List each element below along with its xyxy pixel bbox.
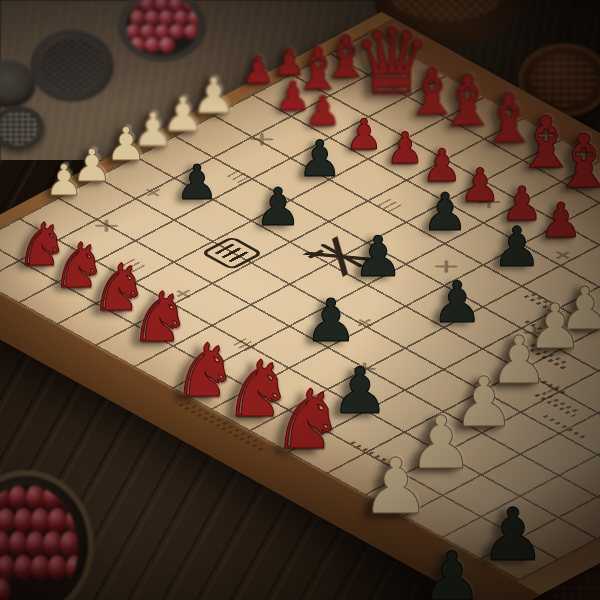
red-stone-bowl-top bbox=[118, 0, 206, 62]
pawn-glyph: ♟ bbox=[45, 159, 84, 202]
pawn-glyph: ♟ bbox=[480, 498, 545, 571]
red-stone bbox=[130, 37, 146, 53]
red-stone bbox=[169, 24, 185, 40]
red-knight[interactable]: ♞ bbox=[271, 379, 345, 461]
pawn-glyph: ♟ bbox=[422, 543, 483, 600]
black-pawn[interactable]: ♟ bbox=[431, 274, 482, 331]
black-pawn[interactable]: ♟ bbox=[353, 229, 403, 285]
knight-glyph: ♞ bbox=[271, 379, 345, 461]
red-stone bbox=[9, 531, 28, 557]
pawn-glyph: ♟ bbox=[305, 291, 358, 350]
red-stone bbox=[60, 485, 77, 511]
pawn-glyph: ♟ bbox=[539, 196, 582, 244]
red-pawn[interactable]: ♟ bbox=[345, 114, 383, 156]
cream-pawn[interactable]: ♟ bbox=[45, 159, 84, 202]
pawn-glyph: ♟ bbox=[386, 127, 425, 170]
red-pawn[interactable]: ♟ bbox=[386, 127, 425, 170]
red-stone bbox=[66, 555, 78, 581]
pawn-glyph: ♟ bbox=[298, 134, 343, 184]
red-stone-bowl-bottom-left bbox=[0, 470, 94, 600]
black-pawn[interactable]: ♟ bbox=[305, 291, 358, 350]
officer-glyph: ♝ bbox=[551, 124, 600, 198]
lidded-jar-top-left bbox=[30, 30, 114, 102]
pawn-glyph: ♟ bbox=[255, 181, 302, 233]
black-pawn[interactable]: ♟ bbox=[422, 186, 469, 238]
pawn-glyph: ♟ bbox=[431, 274, 482, 331]
red-stone bbox=[145, 37, 161, 53]
cream-pawn[interactable]: ♟ bbox=[361, 448, 430, 525]
pawn-glyph: ♟ bbox=[353, 229, 403, 285]
red-stone bbox=[26, 531, 45, 557]
black-pawn[interactable]: ♟ bbox=[422, 543, 483, 600]
red-stone bbox=[43, 531, 62, 557]
seal-disc-left bbox=[0, 106, 44, 150]
pawn-glyph: ♟ bbox=[305, 91, 342, 132]
red-pawn[interactable]: ♟ bbox=[241, 52, 274, 89]
pawn-glyph: ♟ bbox=[345, 114, 383, 156]
black-pawn[interactable]: ♟ bbox=[480, 498, 545, 571]
red-officer[interactable]: ♝ bbox=[551, 124, 600, 198]
pawn-glyph: ♟ bbox=[361, 448, 430, 525]
pawn-glyph: ♟ bbox=[175, 158, 218, 206]
red-stone bbox=[31, 555, 50, 581]
red-stone bbox=[184, 24, 198, 40]
red-pawn[interactable]: ♟ bbox=[539, 196, 582, 244]
pawn-glyph: ♟ bbox=[241, 52, 274, 89]
black-pawn[interactable]: ♟ bbox=[175, 158, 218, 206]
scene: ♟♝♟♝♛♟♟♝♟♝♟♝♟♟♟♟♝♟♟♟♝♟♟♟♟♟♟♟♞♟♟♞♞♟♟♟♞♟♟♞… bbox=[0, 0, 600, 600]
red-stone bbox=[159, 37, 175, 53]
pawn-glyph: ♟ bbox=[492, 220, 541, 275]
black-pawn[interactable]: ♟ bbox=[298, 134, 343, 184]
red-stone bbox=[14, 555, 33, 581]
red-stone bbox=[48, 555, 67, 581]
red-stone bbox=[0, 555, 15, 581]
red-pawn[interactable]: ♟ bbox=[305, 91, 342, 132]
red-stone bbox=[0, 578, 10, 600]
pawn-glyph: ♟ bbox=[422, 186, 469, 238]
red-stone bbox=[60, 531, 77, 557]
stone-tray bbox=[0, 485, 78, 600]
black-pawn[interactable]: ♟ bbox=[492, 220, 541, 275]
stone-tray bbox=[126, 0, 198, 56]
black-pawn[interactable]: ♟ bbox=[255, 181, 302, 233]
